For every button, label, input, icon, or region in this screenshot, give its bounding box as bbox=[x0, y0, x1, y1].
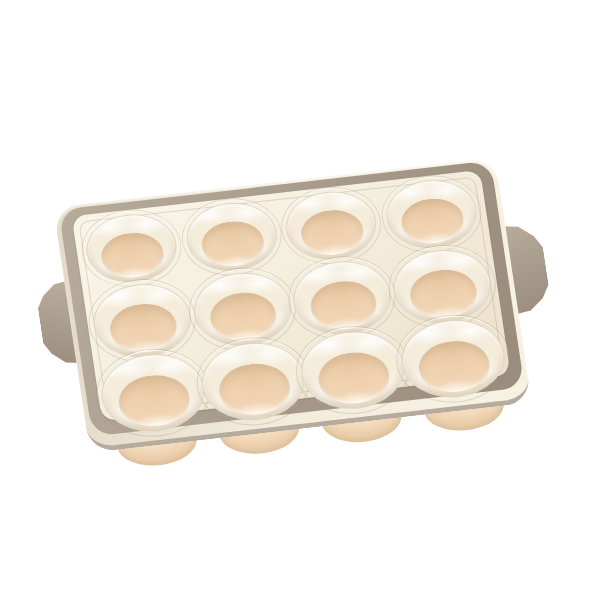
cup-cavity bbox=[407, 266, 480, 321]
cup-cavity bbox=[115, 372, 193, 431]
muffin-cup bbox=[81, 210, 181, 287]
muffin-cup bbox=[382, 175, 482, 252]
muffin-pan bbox=[53, 157, 532, 453]
cup-cavity bbox=[107, 301, 180, 356]
cup-cavity bbox=[198, 218, 266, 269]
muffin-cup bbox=[182, 198, 282, 275]
muffin-cup bbox=[282, 187, 382, 264]
cup-cavity bbox=[207, 289, 280, 344]
cup-cavity bbox=[416, 338, 494, 397]
muffin-cup bbox=[389, 245, 496, 328]
muffin-cup bbox=[89, 279, 196, 362]
muffin-cup bbox=[289, 256, 396, 339]
cup-cavity bbox=[316, 349, 394, 408]
cup-cavity bbox=[399, 196, 467, 247]
cup-cavity bbox=[299, 207, 367, 258]
photo-background bbox=[0, 0, 600, 600]
cup-cavity bbox=[307, 278, 380, 333]
cup-grid bbox=[76, 172, 506, 419]
muffin-cup bbox=[189, 268, 296, 351]
cup-cavity bbox=[98, 230, 166, 281]
cup-cavity bbox=[215, 360, 293, 419]
